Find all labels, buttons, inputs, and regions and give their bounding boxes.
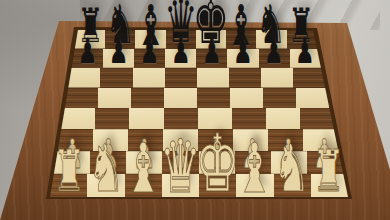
square-g3[interactable] [268, 129, 303, 151]
square-e6[interactable] [197, 68, 229, 88]
square-c2[interactable] [126, 151, 162, 174]
square-d8[interactable] [166, 30, 196, 49]
square-a2[interactable] [54, 151, 90, 174]
square-e1[interactable] [199, 174, 236, 197]
square-b1[interactable] [87, 174, 124, 197]
square-e8[interactable] [196, 30, 226, 49]
square-h8[interactable] [287, 30, 317, 49]
square-e4[interactable] [198, 108, 232, 129]
square-c8[interactable] [135, 30, 165, 49]
square-h3[interactable] [303, 129, 338, 151]
square-c5[interactable] [131, 88, 164, 109]
square-h6[interactable] [293, 68, 325, 88]
square-g8[interactable] [256, 30, 286, 49]
board-squares [0, 0, 390, 220]
board-rank-6 [68, 68, 325, 88]
square-f7[interactable] [227, 49, 258, 68]
square-f2[interactable] [235, 151, 271, 174]
square-e2[interactable] [199, 151, 235, 174]
square-b8[interactable] [105, 30, 135, 49]
board-rank-4 [61, 108, 333, 129]
square-e5[interactable] [197, 88, 230, 109]
square-c3[interactable] [128, 129, 163, 151]
square-f4[interactable] [232, 108, 266, 129]
square-e7[interactable] [196, 49, 227, 68]
square-f3[interactable] [233, 129, 268, 151]
board-rank-8 [75, 30, 317, 49]
board-rank-1 [50, 174, 348, 197]
square-g1[interactable] [274, 174, 311, 197]
square-g7[interactable] [259, 49, 290, 68]
square-a6[interactable] [68, 68, 100, 88]
board-rank-3 [58, 129, 339, 151]
square-g6[interactable] [261, 68, 293, 88]
square-b7[interactable] [103, 49, 134, 68]
square-b3[interactable] [93, 129, 128, 151]
square-g4[interactable] [266, 108, 300, 129]
square-h7[interactable] [290, 49, 321, 68]
square-a7[interactable] [72, 49, 103, 68]
square-h4[interactable] [300, 108, 334, 129]
square-b2[interactable] [90, 151, 126, 174]
square-g2[interactable] [271, 151, 307, 174]
square-f5[interactable] [230, 88, 263, 109]
square-d1[interactable] [162, 174, 199, 197]
square-d5[interactable] [164, 88, 197, 109]
chessboard-photo: ♜♞♝♛♚♝♞♜♟♟♟♟♟♟♟♟♟♟♟♟♟♟♟♟♜♞♝♛♚♝♞♜ [0, 0, 390, 220]
square-d2[interactable] [162, 151, 198, 174]
square-f8[interactable] [226, 30, 256, 49]
square-a8[interactable] [75, 30, 105, 49]
board-rank-5 [65, 88, 329, 109]
board-rank-7 [72, 49, 321, 68]
square-c6[interactable] [133, 68, 165, 88]
square-c4[interactable] [129, 108, 163, 129]
square-f1[interactable] [236, 174, 273, 197]
square-a5[interactable] [65, 88, 98, 109]
square-d4[interactable] [164, 108, 198, 129]
square-c7[interactable] [134, 49, 165, 68]
square-a4[interactable] [61, 108, 95, 129]
square-h1[interactable] [311, 174, 348, 197]
square-a1[interactable] [50, 174, 87, 197]
square-b6[interactable] [100, 68, 132, 88]
square-b4[interactable] [95, 108, 129, 129]
square-f6[interactable] [229, 68, 261, 88]
square-d3[interactable] [163, 129, 198, 151]
square-g5[interactable] [263, 88, 296, 109]
square-c1[interactable] [125, 174, 162, 197]
square-d7[interactable] [165, 49, 196, 68]
square-e3[interactable] [198, 129, 233, 151]
square-h2[interactable] [307, 151, 343, 174]
board-rank-2 [54, 151, 343, 174]
square-d6[interactable] [165, 68, 197, 88]
square-h5[interactable] [296, 88, 329, 109]
square-b5[interactable] [98, 88, 131, 109]
square-a3[interactable] [58, 129, 93, 151]
